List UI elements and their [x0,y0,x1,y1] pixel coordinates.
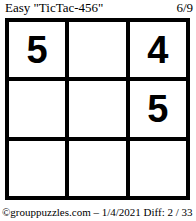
puzzle-header: Easy "TicTac-456" 6/9 [5,0,193,16]
cell-r2c1[interactable] [9,81,65,136]
cell-r1c2[interactable] [69,22,125,77]
footer-credit: ©grouppuzzles.com – 1/4/2021 Diff: 2 / 3… [2,206,196,219]
cell-r2c2[interactable] [69,81,125,136]
cell-r1c3[interactable]: 4 [130,22,186,77]
puzzle-counter: 6/9 [176,0,193,15]
puzzle-title: Easy "TicTac-456" [5,0,103,15]
cell-r3c3[interactable] [130,141,186,196]
puzzle-grid: 5 4 5 [5,18,190,200]
cell-r2c3[interactable]: 5 [130,81,186,136]
cell-r3c2[interactable] [69,141,125,196]
cell-r1c1[interactable]: 5 [9,22,65,77]
cell-r3c1[interactable] [9,141,65,196]
